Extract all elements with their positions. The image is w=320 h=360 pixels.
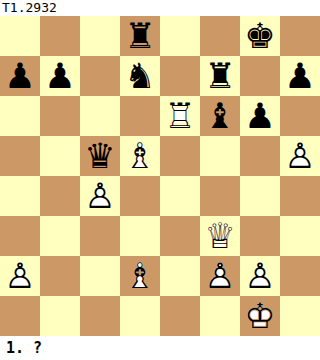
square-g5[interactable] (240, 136, 280, 176)
square-g1[interactable]: ♚♔ (240, 296, 280, 336)
piece-white-bishop: ♝♗ (120, 256, 160, 296)
piece-white-pawn: ♟♙ (280, 136, 320, 176)
square-h1[interactable] (280, 296, 320, 336)
square-f4[interactable] (200, 176, 240, 216)
square-d7[interactable]: ♞ (120, 56, 160, 96)
square-g4[interactable] (240, 176, 280, 216)
square-b3[interactable] (40, 216, 80, 256)
piece-white-rook: ♜♖ (160, 96, 200, 136)
piece-black-king: ♚ (240, 16, 280, 56)
piece-black-rook: ♜ (200, 56, 240, 96)
square-e6[interactable]: ♜♖ (160, 96, 200, 136)
square-d5[interactable]: ♝♗ (120, 136, 160, 176)
square-f3[interactable]: ♛♕ (200, 216, 240, 256)
square-e4[interactable] (160, 176, 200, 216)
square-g6[interactable]: ♟ (240, 96, 280, 136)
square-h3[interactable] (280, 216, 320, 256)
square-a4[interactable] (0, 176, 40, 216)
square-a5[interactable] (0, 136, 40, 176)
square-b4[interactable] (40, 176, 80, 216)
square-c5[interactable]: ♛ (80, 136, 120, 176)
square-a8[interactable] (0, 16, 40, 56)
move-prompt: 1. ? (0, 339, 42, 357)
header: T1.2932 (0, 0, 320, 16)
square-e3[interactable] (160, 216, 200, 256)
footer: 1. ? (0, 336, 320, 360)
square-d3[interactable] (120, 216, 160, 256)
square-c1[interactable] (80, 296, 120, 336)
piece-white-queen: ♛♕ (200, 216, 240, 256)
square-f6[interactable]: ♝ (200, 96, 240, 136)
square-c3[interactable] (80, 216, 120, 256)
piece-white-pawn: ♟♙ (240, 256, 280, 296)
square-f8[interactable] (200, 16, 240, 56)
square-f1[interactable] (200, 296, 240, 336)
square-c8[interactable] (80, 16, 120, 56)
square-b2[interactable] (40, 256, 80, 296)
square-g8[interactable]: ♚ (240, 16, 280, 56)
piece-black-pawn: ♟ (40, 56, 80, 96)
piece-black-rook: ♜ (120, 16, 160, 56)
piece-white-pawn: ♟♙ (0, 256, 40, 296)
square-e8[interactable] (160, 16, 200, 56)
square-b8[interactable] (40, 16, 80, 56)
square-a1[interactable] (0, 296, 40, 336)
piece-white-king: ♚♔ (240, 296, 280, 336)
chess-board: ♜♚♟♟♞♜♟♜♖♝♟♛♝♗♟♙♟♙♛♕♟♙♝♗♟♙♟♙♚♔ (0, 16, 320, 336)
square-b5[interactable] (40, 136, 80, 176)
square-g2[interactable]: ♟♙ (240, 256, 280, 296)
piece-black-knight: ♞ (120, 56, 160, 96)
square-a7[interactable]: ♟ (0, 56, 40, 96)
square-h2[interactable] (280, 256, 320, 296)
square-a3[interactable] (0, 216, 40, 256)
square-c2[interactable] (80, 256, 120, 296)
square-f2[interactable]: ♟♙ (200, 256, 240, 296)
square-c7[interactable] (80, 56, 120, 96)
piece-black-pawn: ♟ (0, 56, 40, 96)
square-b6[interactable] (40, 96, 80, 136)
piece-black-bishop: ♝ (200, 96, 240, 136)
square-b7[interactable]: ♟ (40, 56, 80, 96)
piece-white-pawn: ♟♙ (200, 256, 240, 296)
piece-white-bishop: ♝♗ (120, 136, 160, 176)
square-d6[interactable] (120, 96, 160, 136)
square-e7[interactable] (160, 56, 200, 96)
piece-black-queen: ♛ (80, 136, 120, 176)
square-d8[interactable]: ♜ (120, 16, 160, 56)
square-h5[interactable]: ♟♙ (280, 136, 320, 176)
square-d4[interactable] (120, 176, 160, 216)
square-d2[interactable]: ♝♗ (120, 256, 160, 296)
piece-black-pawn: ♟ (240, 96, 280, 136)
puzzle-id: T1.2932 (0, 0, 57, 16)
square-e5[interactable] (160, 136, 200, 176)
chess-puzzle-window: T1.2932 ♜♚♟♟♞♜♟♜♖♝♟♛♝♗♟♙♟♙♛♕♟♙♝♗♟♙♟♙♚♔ 1… (0, 0, 320, 360)
square-f7[interactable]: ♜ (200, 56, 240, 96)
square-c6[interactable] (80, 96, 120, 136)
square-a2[interactable]: ♟♙ (0, 256, 40, 296)
square-e2[interactable] (160, 256, 200, 296)
square-h8[interactable] (280, 16, 320, 56)
square-h6[interactable] (280, 96, 320, 136)
square-e1[interactable] (160, 296, 200, 336)
square-g3[interactable] (240, 216, 280, 256)
square-b1[interactable] (40, 296, 80, 336)
square-c4[interactable]: ♟♙ (80, 176, 120, 216)
square-f5[interactable] (200, 136, 240, 176)
square-g7[interactable] (240, 56, 280, 96)
square-a6[interactable] (0, 96, 40, 136)
square-h4[interactable] (280, 176, 320, 216)
piece-white-pawn: ♟♙ (80, 176, 120, 216)
square-h7[interactable]: ♟ (280, 56, 320, 96)
square-d1[interactable] (120, 296, 160, 336)
piece-black-pawn: ♟ (280, 56, 320, 96)
